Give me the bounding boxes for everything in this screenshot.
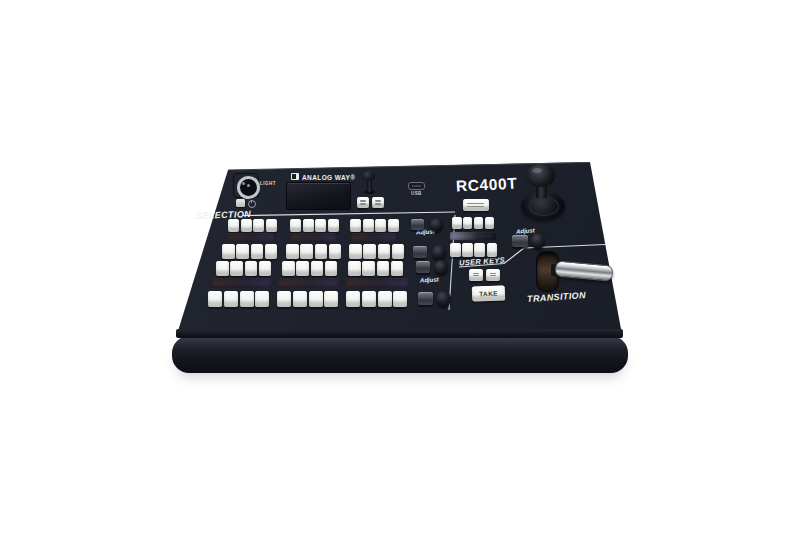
- user-key[interactable]: [450, 243, 461, 257]
- selection-key[interactable]: [253, 219, 264, 232]
- selection-key[interactable]: [392, 244, 405, 259]
- selection-key[interactable]: [230, 261, 243, 276]
- selection-key[interactable]: [251, 244, 264, 259]
- display-strip: [277, 278, 339, 288]
- selection-key[interactable]: [377, 261, 390, 276]
- user-key[interactable]: [474, 243, 485, 257]
- selection-key[interactable]: [311, 261, 324, 276]
- selection-key[interactable]: [315, 219, 326, 232]
- selection-key[interactable]: [255, 291, 269, 307]
- selection-key[interactable]: [290, 219, 301, 232]
- selection-key[interactable]: [293, 291, 307, 307]
- display-strip: [350, 233, 397, 242]
- user-key[interactable]: [462, 243, 473, 257]
- selection-key[interactable]: [236, 244, 249, 259]
- selection-key[interactable]: [224, 291, 238, 307]
- selection-key[interactable]: [266, 219, 277, 232]
- user-key[interactable]: [463, 217, 473, 229]
- selection-key[interactable]: [375, 219, 386, 232]
- selection-key[interactable]: [240, 291, 254, 307]
- selection-key[interactable]: [216, 261, 229, 276]
- adjust-button[interactable]: [418, 292, 433, 305]
- selection-key[interactable]: [259, 261, 272, 276]
- selection-key[interactable]: [296, 261, 309, 276]
- selection-key[interactable]: [241, 219, 252, 232]
- selection-key[interactable]: [391, 261, 404, 276]
- user-key[interactable]: [474, 217, 484, 229]
- selection-key[interactable]: [328, 219, 339, 232]
- display-strip: [450, 232, 496, 241]
- selection-key[interactable]: [388, 219, 399, 232]
- selection-key[interactable]: [303, 219, 314, 232]
- adjust-knob[interactable]: [434, 260, 448, 275]
- selection-key[interactable]: [315, 244, 328, 259]
- adjust-button[interactable]: [416, 261, 430, 273]
- selection-key[interactable]: [282, 261, 295, 276]
- selection-key[interactable]: [228, 219, 239, 232]
- adjust-button[interactable]: [411, 219, 424, 230]
- selection-key[interactable]: [349, 244, 362, 259]
- user-key[interactable]: [485, 217, 495, 229]
- user-key[interactable]: [452, 217, 462, 229]
- product-photo-rc400t: LIGHT ANALOG WAY® USB RC400T Adjust SELE…: [0, 0, 800, 540]
- selection-key[interactable]: [277, 291, 291, 307]
- selection-key[interactable]: [362, 261, 375, 276]
- adjust-knob[interactable]: [432, 245, 446, 260]
- display-strip: [345, 278, 409, 288]
- selection-key[interactable]: [346, 291, 360, 307]
- selection-key[interactable]: [363, 244, 376, 259]
- selection-key[interactable]: [363, 219, 374, 232]
- selection-key[interactable]: [325, 261, 338, 276]
- adjust-button[interactable]: [413, 246, 427, 258]
- display-strip: [211, 278, 272, 288]
- selection-key[interactable]: [245, 261, 258, 276]
- display-strip: [226, 233, 275, 242]
- selection-key[interactable]: [265, 244, 278, 259]
- user-key[interactable]: [487, 243, 498, 257]
- selection-key[interactable]: [362, 291, 376, 307]
- selection-key[interactable]: [393, 291, 407, 307]
- selection-key[interactable]: [222, 244, 235, 259]
- selection-key[interactable]: [208, 291, 222, 307]
- selection-key[interactable]: [286, 244, 299, 259]
- generated-controls-layer: [0, 0, 800, 540]
- selection-key[interactable]: [378, 244, 391, 259]
- selection-key[interactable]: [348, 261, 361, 276]
- selection-key[interactable]: [350, 219, 361, 232]
- selection-key[interactable]: [324, 291, 338, 307]
- display-strip: [289, 233, 337, 242]
- adjust-knob[interactable]: [430, 218, 443, 232]
- selection-key[interactable]: [329, 244, 342, 259]
- selection-key[interactable]: [309, 291, 323, 307]
- selection-key[interactable]: [378, 291, 392, 307]
- selection-key[interactable]: [300, 244, 313, 259]
- adjust-knob[interactable]: [436, 291, 451, 307]
